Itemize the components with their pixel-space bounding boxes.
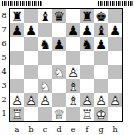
piece-black-rook: ♜ (10, 9, 24, 23)
square-c4[interactable] (38, 65, 52, 79)
piece-white-bishop: ♗ (66, 93, 80, 107)
square-d8[interactable]: ♛ (52, 9, 66, 23)
piece-white-queen: ♕ (52, 107, 66, 121)
piece-black-bishop: ♝ (38, 9, 52, 23)
square-e4[interactable]: ♟♙ (66, 65, 80, 79)
rank-label-1: 1 (0, 107, 8, 121)
piece-black-pawn: ♟ (80, 23, 94, 37)
square-d6[interactable]: ♟ (52, 37, 66, 51)
piece-white-pawn: ♙ (66, 65, 80, 79)
square-f4[interactable] (80, 65, 94, 79)
rank-label-5: 5 (0, 51, 8, 65)
rank-label-4: 4 (0, 65, 8, 79)
square-b1[interactable] (24, 107, 38, 121)
square-e2[interactable]: ♝♗ (66, 93, 80, 107)
square-e8[interactable] (66, 9, 80, 23)
square-a3[interactable] (10, 79, 24, 93)
square-c6[interactable]: ♞ (38, 37, 52, 51)
piece-black-queen: ♛ (52, 9, 66, 23)
piece-white-rook: ♖ (10, 107, 24, 121)
square-c1[interactable] (38, 107, 52, 121)
square-d5[interactable] (52, 51, 66, 65)
piece-white-pawn: ♙ (108, 93, 122, 107)
file-label-f: f (80, 125, 94, 134)
square-e5[interactable] (66, 51, 80, 65)
square-d7[interactable] (52, 23, 66, 37)
square-e6[interactable] (66, 37, 80, 51)
square-b5[interactable] (24, 51, 38, 65)
piece-black-bishop: ♝ (94, 23, 108, 37)
square-g7[interactable]: ♝ (94, 23, 108, 37)
square-b2[interactable]: ♟♙ (24, 93, 38, 107)
square-e7[interactable]: ♟ (66, 23, 80, 37)
square-a8[interactable]: ♜ (10, 9, 24, 23)
square-g2[interactable]: ♟♙ (94, 93, 108, 107)
square-a7[interactable]: ♟ (10, 23, 24, 37)
square-b3[interactable] (24, 79, 38, 93)
piece-white-pawn: ♙ (10, 93, 24, 107)
square-h8[interactable] (108, 9, 122, 23)
piece-white-rook: ♖ (80, 107, 94, 121)
square-g6[interactable]: ♟ (94, 37, 108, 51)
caption-right-illegible-text (98, 1, 133, 6)
square-f6[interactable]: ♞ (80, 37, 94, 51)
square-c8[interactable]: ♝ (38, 9, 52, 23)
piece-white-pawn: ♙ (24, 93, 38, 107)
square-e1[interactable] (66, 107, 80, 121)
square-a2[interactable]: ♟♙ (10, 93, 24, 107)
file-label-g: g (94, 125, 108, 134)
square-f5[interactable] (80, 51, 94, 65)
square-h4[interactable] (108, 65, 122, 79)
piece-black-pawn: ♟ (24, 23, 38, 37)
rank-label-8: 8 (0, 9, 8, 23)
square-b7[interactable]: ♟ (24, 23, 38, 37)
rank-labels: 87654321 (0, 9, 8, 121)
square-f7[interactable]: ♟ (80, 23, 94, 37)
square-g5[interactable] (94, 51, 108, 65)
square-h3[interactable] (108, 79, 122, 93)
square-c7[interactable] (38, 23, 52, 37)
file-label-a: a (10, 125, 24, 134)
square-f8[interactable]: ♜ (80, 9, 94, 23)
square-a4[interactable] (10, 65, 24, 79)
rank-label-6: 6 (0, 37, 8, 51)
square-g4[interactable] (94, 65, 108, 79)
square-g3[interactable] (94, 79, 108, 93)
square-h2[interactable]: ♟♙ (108, 93, 122, 107)
square-b4[interactable] (24, 65, 38, 79)
file-label-d: d (52, 125, 66, 134)
square-d2[interactable] (52, 93, 66, 107)
rank-label-3: 3 (0, 79, 8, 93)
piece-black-rook: ♜ (80, 9, 94, 23)
square-d1[interactable]: ♛♕ (52, 107, 66, 121)
square-a5[interactable] (10, 51, 24, 65)
caption-left-illegible-text (2, 1, 42, 6)
piece-black-king: ♚ (94, 9, 108, 23)
piece-black-pawn: ♟ (52, 37, 66, 51)
piece-black-pawn: ♟ (108, 23, 122, 37)
square-g1[interactable]: ♚♔ (94, 107, 108, 121)
square-g8[interactable]: ♚ (94, 9, 108, 23)
piece-white-pawn: ♙ (80, 93, 94, 107)
square-f3[interactable] (80, 79, 94, 93)
square-h6[interactable] (108, 37, 122, 51)
file-labels: abcdefgh (10, 125, 122, 134)
square-a6[interactable] (10, 37, 24, 51)
square-c5[interactable] (38, 51, 52, 65)
square-c3[interactable]: ♞♘ (38, 79, 52, 93)
file-label-b: b (24, 125, 38, 134)
piece-white-bishop: ♗ (66, 79, 80, 93)
piece-white-king: ♔ (94, 107, 108, 121)
piece-white-knight: ♘ (52, 65, 66, 79)
square-a1[interactable]: ♜♖ (10, 107, 24, 121)
square-b8[interactable] (24, 9, 38, 23)
piece-white-pawn: ♙ (94, 93, 108, 107)
piece-black-pawn: ♟ (94, 37, 108, 51)
square-d3[interactable] (52, 79, 66, 93)
square-f1[interactable]: ♜♖ (80, 107, 94, 121)
file-label-h: h (108, 125, 122, 134)
square-b6[interactable] (24, 37, 38, 51)
piece-black-knight: ♞ (80, 37, 94, 51)
square-h5[interactable] (108, 51, 122, 65)
file-label-e: e (66, 125, 80, 134)
piece-black-knight: ♞ (38, 37, 52, 51)
square-c2[interactable]: ♟♙ (38, 93, 52, 107)
square-d4[interactable]: ♞♘ (52, 65, 66, 79)
rank-label-2: 2 (0, 93, 8, 107)
rank-label-7: 7 (0, 23, 8, 37)
square-h7[interactable]: ♟ (108, 23, 122, 37)
board: ♜♝♛♜♚♟♟♟♟♝♟♞♟♞♟♞♘♟♙♞♘♝♗♟♙♟♙♟♙♝♗♟♙♟♙♟♙♜♖♛… (9, 8, 123, 122)
square-e3[interactable]: ♝♗ (66, 79, 80, 93)
piece-black-pawn: ♟ (10, 23, 24, 37)
chess-diagram: 87654321 ♜♝♛♜♚♟♟♟♟♝♟♞♟♞♟♞♘♟♙♞♘♝♗♟♙♟♙♟♙♝♗… (0, 0, 135, 135)
piece-black-pawn: ♟ (66, 23, 80, 37)
piece-white-knight: ♘ (38, 79, 52, 93)
file-label-c: c (38, 125, 52, 134)
square-h1[interactable] (108, 107, 122, 121)
square-f2[interactable]: ♟♙ (80, 93, 94, 107)
piece-white-pawn: ♙ (38, 93, 52, 107)
